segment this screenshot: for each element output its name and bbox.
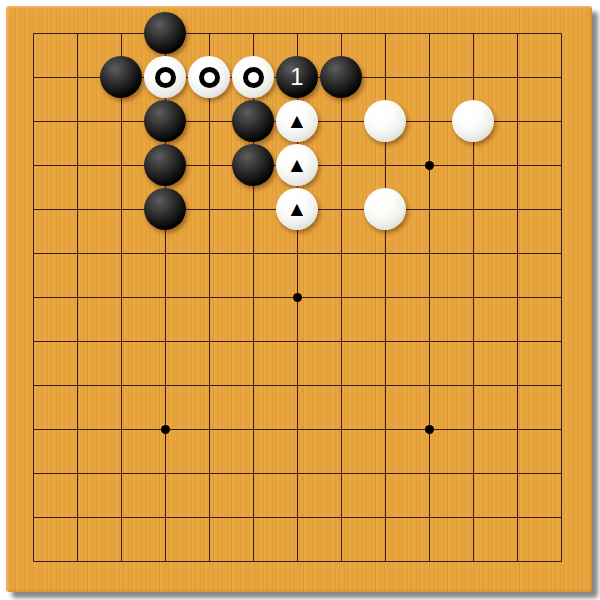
stone-grid: 1▲▲▲ xyxy=(11,11,583,583)
board-intersection xyxy=(143,143,187,187)
board-intersection xyxy=(143,11,187,55)
triangle-marker: ▲ xyxy=(287,110,308,131)
black-stone xyxy=(144,188,186,230)
black-stone xyxy=(144,100,186,142)
triangle-marker: ▲ xyxy=(287,154,308,175)
black-stone xyxy=(232,100,274,142)
circle-marker xyxy=(199,67,220,88)
white-stone xyxy=(452,100,494,142)
board-intersection xyxy=(363,187,407,231)
board-intersection xyxy=(451,99,495,143)
white-stone xyxy=(364,100,406,142)
black-stone xyxy=(320,56,362,98)
board-intersection: ▲ xyxy=(275,187,319,231)
black-stone xyxy=(144,12,186,54)
board-intersection xyxy=(99,55,143,99)
board-intersection xyxy=(143,55,187,99)
circle-marker xyxy=(243,67,264,88)
black-stone: 1 xyxy=(276,56,318,98)
go-board[interactable]: 1▲▲▲ xyxy=(6,6,592,592)
white-stone xyxy=(364,188,406,230)
white-stone xyxy=(144,56,186,98)
white-stone xyxy=(232,56,274,98)
white-stone: ▲ xyxy=(276,188,318,230)
white-stone: ▲ xyxy=(276,100,318,142)
page: 1▲▲▲ xyxy=(0,0,600,600)
circle-marker xyxy=(155,67,176,88)
board-intersection: ▲ xyxy=(275,99,319,143)
board-intersection xyxy=(143,99,187,143)
board-intersection xyxy=(143,187,187,231)
white-stone xyxy=(188,56,230,98)
board-intersection xyxy=(363,99,407,143)
board-intersection xyxy=(231,99,275,143)
board-intersection xyxy=(187,55,231,99)
board-intersection xyxy=(231,55,275,99)
black-stone xyxy=(232,144,274,186)
move-number-label: 1 xyxy=(290,65,303,89)
board-intersection: ▲ xyxy=(275,143,319,187)
board-intersection: 1 xyxy=(275,55,319,99)
triangle-marker: ▲ xyxy=(287,198,308,219)
black-stone xyxy=(144,144,186,186)
white-stone: ▲ xyxy=(276,144,318,186)
board-intersection xyxy=(231,143,275,187)
black-stone xyxy=(100,56,142,98)
board-intersection xyxy=(319,55,363,99)
